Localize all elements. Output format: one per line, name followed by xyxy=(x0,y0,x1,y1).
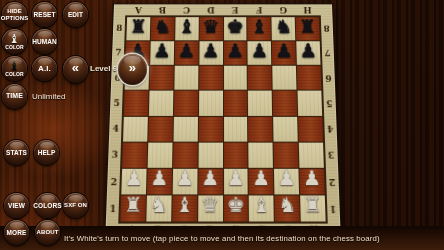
rank-label: 8 xyxy=(113,16,127,40)
hide-options-button[interactable]: HIDE OPTIONS xyxy=(2,2,27,27)
level-label: Level 6 xyxy=(90,64,117,73)
white-bishop[interactable]: ♝ xyxy=(175,195,194,216)
black-pawn[interactable]: ♟ xyxy=(178,41,196,60)
square-h1[interactable]: ♜ xyxy=(300,195,325,221)
ai-button[interactable]: A.I. xyxy=(32,56,57,81)
white-pawn[interactable]: ♟ xyxy=(201,168,219,188)
square-f8[interactable]: ♝ xyxy=(248,17,272,40)
human-button[interactable]: HUMAN xyxy=(32,29,57,54)
time-value-label: Unlimited xyxy=(32,92,65,101)
board-frame: ABCDEFGH ABCDEFGH 87654321 87654321 ♜♞♝♛… xyxy=(104,3,342,237)
square-a1[interactable]: ♜ xyxy=(120,195,145,221)
square-e4[interactable] xyxy=(224,116,248,141)
black-pawn[interactable]: ♟ xyxy=(202,41,220,60)
black-pawn[interactable]: ♟ xyxy=(299,41,317,60)
square-d5[interactable] xyxy=(199,91,223,115)
black-rook[interactable]: ♜ xyxy=(129,17,147,35)
square-f1[interactable]: ♝ xyxy=(249,195,274,221)
level-down-button[interactable]: « xyxy=(63,56,88,83)
edit-button[interactable]: EDIT xyxy=(63,2,88,27)
square-f5[interactable] xyxy=(248,91,272,115)
human-label: HUMAN xyxy=(32,38,57,45)
rank-label: 3 xyxy=(108,142,122,168)
rank-label: 2 xyxy=(325,168,339,195)
white-pawn[interactable]: ♟ xyxy=(277,168,296,188)
square-h6[interactable] xyxy=(297,66,321,90)
rank-label: 5 xyxy=(110,90,124,116)
board-squares: ♜♞♝♛♚♝♞♜♟♟♟♟♟♟♟♟♟♟♟♟♟♟♟♟♜♞♝♛♚♝♞♜ xyxy=(119,16,326,222)
square-d2[interactable]: ♟ xyxy=(198,169,223,195)
white-pawn[interactable]: ♟ xyxy=(303,168,322,188)
square-e7[interactable]: ♟ xyxy=(223,41,247,65)
square-g7[interactable]: ♟ xyxy=(272,41,296,65)
rank-label: 4 xyxy=(109,116,123,142)
black-pawn[interactable]: ♟ xyxy=(153,41,171,60)
square-g3[interactable] xyxy=(274,142,299,167)
square-e6[interactable] xyxy=(223,66,247,90)
edit-label: EDIT xyxy=(68,11,83,18)
black-bishop[interactable]: ♝ xyxy=(250,17,268,35)
white-rook[interactable]: ♜ xyxy=(124,195,143,216)
white-rook[interactable]: ♜ xyxy=(303,195,322,216)
square-e3[interactable] xyxy=(224,142,248,167)
black-color-label: COLOR xyxy=(5,72,24,78)
square-b4[interactable] xyxy=(148,116,173,141)
chevron-left-icon: « xyxy=(72,61,79,76)
white-knight[interactable]: ♞ xyxy=(278,195,297,216)
rank-label: 1 xyxy=(326,195,340,222)
square-d1[interactable]: ♛ xyxy=(198,195,223,221)
black-queen[interactable]: ♛ xyxy=(202,17,220,35)
black-knight[interactable]: ♞ xyxy=(275,17,293,35)
square-g2[interactable]: ♟ xyxy=(274,169,299,195)
help-button[interactable]: HELP xyxy=(34,140,59,165)
help-label: HELP xyxy=(38,149,56,156)
square-f4[interactable] xyxy=(248,116,272,141)
colors-label: COLORS xyxy=(33,202,61,209)
square-e2[interactable]: ♟ xyxy=(224,169,249,195)
more-label: MORE xyxy=(7,229,27,236)
view-button[interactable]: VIEW xyxy=(4,193,29,218)
square-c2[interactable]: ♟ xyxy=(172,169,197,195)
square-d3[interactable] xyxy=(198,142,222,167)
black-rook[interactable]: ♜ xyxy=(299,17,317,35)
black-pawn[interactable]: ♟ xyxy=(275,41,293,60)
square-h4[interactable] xyxy=(298,116,323,141)
rank-label: 3 xyxy=(324,142,338,168)
square-c6[interactable] xyxy=(174,66,198,90)
square-d4[interactable] xyxy=(198,116,222,141)
square-e1[interactable]: ♚ xyxy=(224,195,249,221)
rank-label: 2 xyxy=(107,168,121,195)
rank-label: 7 xyxy=(321,41,335,66)
black-bishop[interactable]: ♝ xyxy=(178,17,196,35)
square-g8[interactable]: ♞ xyxy=(272,17,296,40)
square-b8[interactable]: ♞ xyxy=(151,17,175,40)
square-h7[interactable]: ♟ xyxy=(296,41,320,65)
reset-button[interactable]: RESET xyxy=(32,2,57,27)
colors-button[interactable]: COLORS xyxy=(35,193,60,218)
sfx-label: SXF ON xyxy=(64,202,87,209)
square-h3[interactable] xyxy=(299,142,324,167)
black-color-button[interactable]: ♝ COLOR xyxy=(2,56,27,81)
black-knight[interactable]: ♞ xyxy=(154,17,172,35)
white-king[interactable]: ♚ xyxy=(227,195,246,216)
black-pawn[interactable]: ♟ xyxy=(251,41,269,60)
white-pawn[interactable]: ♟ xyxy=(125,168,144,188)
square-c5[interactable] xyxy=(174,91,198,115)
square-g5[interactable] xyxy=(273,91,297,115)
rank-label: 6 xyxy=(321,65,335,90)
square-f7[interactable]: ♟ xyxy=(248,41,272,65)
chevron-right-icon: » xyxy=(129,61,136,76)
chess-board-3d: ABCDEFGH ABCDEFGH 87654321 87654321 ♜♞♝♛… xyxy=(104,3,342,237)
square-d6[interactable] xyxy=(199,66,223,90)
square-a4[interactable] xyxy=(123,116,148,141)
square-d7[interactable]: ♟ xyxy=(199,41,223,65)
time-button[interactable]: TIME xyxy=(2,84,27,109)
black-pawn[interactable]: ♟ xyxy=(226,41,244,60)
white-color-button[interactable]: ♝ COLOR xyxy=(2,29,27,54)
stats-button[interactable]: STATS xyxy=(4,140,29,165)
rank-label: 4 xyxy=(323,116,337,142)
time-label: TIME xyxy=(6,92,23,100)
square-g6[interactable] xyxy=(272,66,296,90)
stats-label: STATS xyxy=(6,149,27,156)
square-d8[interactable]: ♛ xyxy=(199,17,222,40)
square-c3[interactable] xyxy=(173,142,198,167)
about-label: ABOUT xyxy=(37,229,59,236)
rank-label: 8 xyxy=(320,16,334,40)
rank-label: 1 xyxy=(106,195,120,222)
white-pawn[interactable]: ♟ xyxy=(227,168,245,188)
square-a8[interactable]: ♜ xyxy=(126,17,150,40)
square-b7[interactable]: ♟ xyxy=(150,41,174,65)
square-a2[interactable]: ♟ xyxy=(121,169,146,195)
square-b3[interactable] xyxy=(147,142,172,167)
rank-label: 5 xyxy=(322,90,336,116)
square-f3[interactable] xyxy=(249,142,274,167)
app-window: ABCDEFGH ABCDEFGH 87654321 87654321 ♜♞♝♛… xyxy=(0,0,444,250)
square-e8[interactable]: ♚ xyxy=(223,17,246,40)
square-b2[interactable]: ♟ xyxy=(147,169,172,195)
hide-options-label: HIDE OPTIONS xyxy=(1,8,29,22)
black-king[interactable]: ♚ xyxy=(226,17,244,35)
square-g1[interactable]: ♞ xyxy=(275,195,300,221)
square-g4[interactable] xyxy=(273,116,298,141)
square-f2[interactable]: ♟ xyxy=(249,169,274,195)
reset-label: RESET xyxy=(33,11,55,18)
level-up-button[interactable]: » xyxy=(118,54,147,85)
square-c4[interactable] xyxy=(173,116,197,141)
white-knight[interactable]: ♞ xyxy=(149,195,168,216)
white-pawn[interactable]: ♟ xyxy=(252,168,271,188)
white-bishop[interactable]: ♝ xyxy=(252,195,271,216)
square-h5[interactable] xyxy=(298,91,323,115)
more-button[interactable]: MORE xyxy=(4,220,29,245)
white-pawn[interactable]: ♟ xyxy=(176,168,195,188)
about-button[interactable]: ABOUT xyxy=(35,220,60,245)
square-h8[interactable]: ♜ xyxy=(296,17,320,40)
square-a5[interactable] xyxy=(124,91,149,115)
square-b1[interactable]: ♞ xyxy=(146,195,171,221)
white-pawn[interactable]: ♟ xyxy=(150,168,169,188)
white-queen[interactable]: ♛ xyxy=(201,195,220,216)
square-c7[interactable]: ♟ xyxy=(175,41,199,65)
square-f6[interactable] xyxy=(248,66,272,90)
square-b5[interactable] xyxy=(149,91,173,115)
square-c1[interactable]: ♝ xyxy=(172,195,197,221)
status-bar: It's White's turn to move (tap piece to … xyxy=(0,226,444,250)
square-c8[interactable]: ♝ xyxy=(175,17,199,40)
square-a3[interactable] xyxy=(122,142,147,167)
square-b6[interactable] xyxy=(149,66,173,90)
ai-label: A.I. xyxy=(38,64,51,73)
view-label: VIEW xyxy=(8,202,25,209)
square-e5[interactable] xyxy=(223,91,247,115)
sfx-toggle-button[interactable]: SXF ON xyxy=(63,193,88,218)
white-color-label: COLOR xyxy=(5,45,24,51)
square-h2[interactable]: ♟ xyxy=(300,169,325,195)
